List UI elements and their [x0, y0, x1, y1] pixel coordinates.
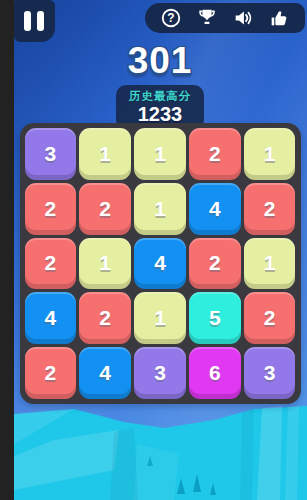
- tile-r4c5[interactable]: 2: [244, 292, 296, 344]
- score-area: 301 历史最高分 1233: [14, 40, 307, 130]
- tile-r1c1[interactable]: 3: [25, 128, 77, 180]
- tile-r3c4[interactable]: 2: [189, 238, 241, 290]
- tile-r3c3[interactable]: 4: [134, 238, 186, 290]
- tile-r2c4[interactable]: 4: [189, 183, 241, 235]
- trophy-icon: [196, 7, 218, 29]
- help-button[interactable]: ?: [160, 7, 182, 29]
- pause-button[interactable]: [14, 0, 55, 42]
- help-icon: ?: [160, 7, 182, 29]
- sound-button[interactable]: [232, 7, 254, 29]
- game-screen: ? 301 历史最高分 1: [14, 0, 307, 500]
- tile-r3c5[interactable]: 1: [244, 238, 296, 290]
- pause-icon: [24, 11, 31, 31]
- tile-r4c4[interactable]: 5: [189, 292, 241, 344]
- tile-r2c2[interactable]: 2: [79, 183, 131, 235]
- tile-r2c3[interactable]: 1: [134, 183, 186, 235]
- trophy-button[interactable]: [196, 7, 218, 29]
- tile-r1c4[interactable]: 2: [189, 128, 241, 180]
- tile-r5c1[interactable]: 2: [25, 347, 77, 399]
- tile-r2c5[interactable]: 2: [244, 183, 296, 235]
- tile-r5c4[interactable]: 6: [189, 347, 241, 399]
- svg-text:?: ?: [167, 11, 174, 25]
- tile-r5c3[interactable]: 3: [134, 347, 186, 399]
- board-grid: 3112122142214214215224363: [25, 128, 296, 399]
- tile-r1c2[interactable]: 1: [79, 128, 131, 180]
- sound-icon: [232, 7, 254, 29]
- tile-r3c1[interactable]: 2: [25, 238, 77, 290]
- tile-r5c2[interactable]: 4: [79, 347, 131, 399]
- tile-r2c1[interactable]: 2: [25, 183, 77, 235]
- best-score-label: 历史最高分: [129, 89, 192, 104]
- tile-r4c1[interactable]: 4: [25, 292, 77, 344]
- best-score-value: 1233: [129, 104, 192, 125]
- tile-r3c2[interactable]: 1: [79, 238, 131, 290]
- like-button[interactable]: [268, 7, 290, 29]
- topbar-icon-group: ?: [145, 3, 305, 33]
- pause-icon: [37, 11, 44, 31]
- game-board: 3112122142214214215224363: [20, 123, 301, 404]
- like-icon: [268, 7, 290, 29]
- terrain-landscape: [14, 404, 307, 500]
- current-score: 301: [14, 40, 307, 82]
- tile-r4c2[interactable]: 2: [79, 292, 131, 344]
- tile-r5c5[interactable]: 3: [244, 347, 296, 399]
- tile-r1c5[interactable]: 1: [244, 128, 296, 180]
- tile-r4c3[interactable]: 1: [134, 292, 186, 344]
- tile-r1c3[interactable]: 1: [134, 128, 186, 180]
